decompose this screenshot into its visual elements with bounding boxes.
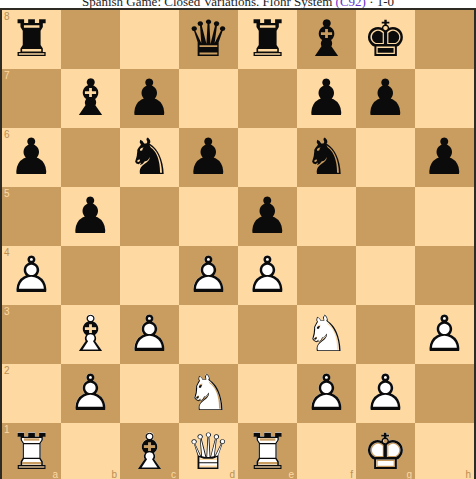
square-g4[interactable] xyxy=(356,246,415,305)
square-a7[interactable]: 7 xyxy=(2,69,61,128)
square-a8[interactable]: 8♜ xyxy=(2,10,61,69)
white-knight-piece[interactable]: ♞♘ xyxy=(179,364,238,423)
square-d6[interactable]: ♟ xyxy=(179,128,238,187)
square-f2[interactable]: ♟♙ xyxy=(297,364,356,423)
black-king-piece[interactable]: ♚ xyxy=(356,10,415,69)
white-pawn-piece[interactable]: ♟♙ xyxy=(61,364,120,423)
square-h2[interactable] xyxy=(415,364,474,423)
black-rook-piece[interactable]: ♜ xyxy=(2,10,61,69)
black-knight-piece[interactable]: ♞ xyxy=(120,128,179,187)
square-d7[interactable] xyxy=(179,69,238,128)
square-d1[interactable]: d♛♕ xyxy=(179,423,238,479)
square-g7[interactable]: ♟ xyxy=(356,69,415,128)
square-d3[interactable] xyxy=(179,305,238,364)
square-h6[interactable]: ♟ xyxy=(415,128,474,187)
square-c6[interactable]: ♞ xyxy=(120,128,179,187)
square-f7[interactable]: ♟ xyxy=(297,69,356,128)
square-e8[interactable]: ♜ xyxy=(238,10,297,69)
square-a5[interactable]: 5 xyxy=(2,187,61,246)
white-pawn-piece[interactable]: ♟♙ xyxy=(2,246,61,305)
square-h3[interactable]: ♟♙ xyxy=(415,305,474,364)
square-d4[interactable]: ♟♙ xyxy=(179,246,238,305)
square-b3[interactable]: ♝♗ xyxy=(61,305,120,364)
square-b2[interactable]: ♟♙ xyxy=(61,364,120,423)
square-f1[interactable]: f xyxy=(297,423,356,479)
square-c5[interactable] xyxy=(120,187,179,246)
square-b4[interactable] xyxy=(61,246,120,305)
square-e6[interactable] xyxy=(238,128,297,187)
square-c2[interactable] xyxy=(120,364,179,423)
white-pawn-piece[interactable]: ♟♙ xyxy=(179,246,238,305)
rank-label-3: 3 xyxy=(4,307,10,317)
square-f8[interactable]: ♝ xyxy=(297,10,356,69)
square-b5[interactable]: ♟ xyxy=(61,187,120,246)
square-f5[interactable] xyxy=(297,187,356,246)
square-d2[interactable]: ♞♘ xyxy=(179,364,238,423)
square-d5[interactable] xyxy=(179,187,238,246)
square-g6[interactable] xyxy=(356,128,415,187)
chess-board: 8♜♛♜♝♚7♝♟♟♟6♟♞♟♞♟5♟♟4♟♙♟♙♟♙3♝♗♟♙♞♘♟♙2♟♙♞… xyxy=(0,8,476,479)
square-c3[interactable]: ♟♙ xyxy=(120,305,179,364)
square-c7[interactable]: ♟ xyxy=(120,69,179,128)
rank-label-2: 2 xyxy=(4,366,10,376)
square-e5[interactable]: ♟ xyxy=(238,187,297,246)
square-g2[interactable]: ♟♙ xyxy=(356,364,415,423)
square-a3[interactable]: 3 xyxy=(2,305,61,364)
black-bishop-piece[interactable]: ♝ xyxy=(61,69,120,128)
square-g8[interactable]: ♚ xyxy=(356,10,415,69)
square-h8[interactable] xyxy=(415,10,474,69)
black-pawn-piece[interactable]: ♟ xyxy=(297,69,356,128)
square-e1[interactable]: e♜♖ xyxy=(238,423,297,479)
black-rook-piece[interactable]: ♜ xyxy=(238,10,297,69)
black-bishop-piece[interactable]: ♝ xyxy=(297,10,356,69)
white-pawn-piece[interactable]: ♟♙ xyxy=(356,364,415,423)
square-f3[interactable]: ♞♘ xyxy=(297,305,356,364)
square-e3[interactable] xyxy=(238,305,297,364)
square-a4[interactable]: 4♟♙ xyxy=(2,246,61,305)
black-pawn-piece[interactable]: ♟ xyxy=(120,69,179,128)
file-label-b: b xyxy=(111,470,117,479)
square-a2[interactable]: 2 xyxy=(2,364,61,423)
square-g3[interactable] xyxy=(356,305,415,364)
square-c1[interactable]: c♝♗ xyxy=(120,423,179,479)
square-g5[interactable] xyxy=(356,187,415,246)
black-knight-piece[interactable]: ♞ xyxy=(297,128,356,187)
square-e7[interactable] xyxy=(238,69,297,128)
square-b7[interactable]: ♝ xyxy=(61,69,120,128)
black-pawn-piece[interactable]: ♟ xyxy=(415,128,474,187)
white-pawn-piece[interactable]: ♟♙ xyxy=(415,305,474,364)
black-pawn-piece[interactable]: ♟ xyxy=(238,187,297,246)
rank-label-7: 7 xyxy=(4,71,10,81)
square-e2[interactable] xyxy=(238,364,297,423)
black-pawn-piece[interactable]: ♟ xyxy=(356,69,415,128)
white-pawn-piece[interactable]: ♟♙ xyxy=(297,364,356,423)
square-h7[interactable] xyxy=(415,69,474,128)
rank-label-5: 5 xyxy=(4,189,10,199)
white-king-piece[interactable]: ♚♔ xyxy=(356,423,415,479)
square-c8[interactable] xyxy=(120,10,179,69)
white-pawn-piece[interactable]: ♟♙ xyxy=(238,246,297,305)
file-label-h: h xyxy=(465,470,471,479)
black-pawn-piece[interactable]: ♟ xyxy=(61,187,120,246)
white-bishop-piece[interactable]: ♝♗ xyxy=(120,423,179,479)
file-label-f: f xyxy=(350,470,353,479)
white-queen-piece[interactable]: ♛♕ xyxy=(179,423,238,479)
black-pawn-piece[interactable]: ♟ xyxy=(179,128,238,187)
square-h4[interactable] xyxy=(415,246,474,305)
square-g1[interactable]: g♚♔ xyxy=(356,423,415,479)
square-b8[interactable] xyxy=(61,10,120,69)
white-pawn-piece[interactable]: ♟♙ xyxy=(120,305,179,364)
white-knight-piece[interactable]: ♞♘ xyxy=(297,305,356,364)
square-a6[interactable]: 6♟ xyxy=(2,128,61,187)
black-pawn-piece[interactable]: ♟ xyxy=(2,128,61,187)
black-queen-piece[interactable]: ♛ xyxy=(179,10,238,69)
square-h5[interactable] xyxy=(415,187,474,246)
square-c4[interactable] xyxy=(120,246,179,305)
square-b6[interactable] xyxy=(61,128,120,187)
white-rook-piece[interactable]: ♜♖ xyxy=(2,423,61,479)
square-a1[interactable]: 1a♜♖ xyxy=(2,423,61,479)
square-f4[interactable] xyxy=(297,246,356,305)
white-bishop-piece[interactable]: ♝♗ xyxy=(61,305,120,364)
square-f6[interactable]: ♞ xyxy=(297,128,356,187)
square-b1[interactable]: b xyxy=(61,423,120,479)
white-rook-piece[interactable]: ♜♖ xyxy=(238,423,297,479)
square-e4[interactable]: ♟♙ xyxy=(238,246,297,305)
square-d8[interactable]: ♛ xyxy=(179,10,238,69)
square-h1[interactable]: h xyxy=(415,423,474,479)
